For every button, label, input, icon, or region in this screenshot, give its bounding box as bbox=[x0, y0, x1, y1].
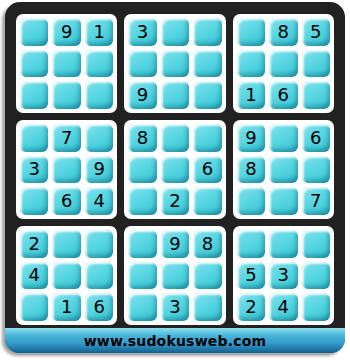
cell-r6c5[interactable]: 2 bbox=[161, 187, 189, 215]
cell-r4c1[interactable] bbox=[20, 124, 48, 152]
cell-r1c1[interactable] bbox=[20, 18, 48, 46]
box-1: 91 bbox=[16, 14, 117, 113]
cell-r3c2[interactable] bbox=[52, 81, 80, 109]
cell-r8c6[interactable] bbox=[193, 262, 221, 290]
cell-r9c4[interactable] bbox=[128, 293, 156, 321]
site-link[interactable]: www.sudokusweb.com bbox=[84, 333, 267, 349]
cell-r5c4[interactable] bbox=[128, 156, 156, 184]
cell-r2c8[interactable] bbox=[269, 50, 297, 78]
cell-r2c7[interactable] bbox=[237, 50, 265, 78]
box-3: 8516 bbox=[233, 14, 334, 113]
cell-r3c1[interactable] bbox=[20, 81, 48, 109]
cell-r9c9[interactable] bbox=[302, 293, 330, 321]
box-8: 983 bbox=[124, 226, 225, 325]
footer-bar: www.sudokusweb.com bbox=[5, 328, 345, 353]
box-4: 73964 bbox=[16, 120, 117, 219]
cell-r6c7[interactable] bbox=[237, 187, 265, 215]
cell-r3c7[interactable]: 1 bbox=[237, 81, 265, 109]
cell-r9c6[interactable] bbox=[193, 293, 221, 321]
box-6: 9687 bbox=[233, 120, 334, 219]
cell-r2c5[interactable] bbox=[161, 50, 189, 78]
box-7: 2416 bbox=[16, 226, 117, 325]
cell-r5c7[interactable]: 8 bbox=[237, 156, 265, 184]
cell-r9c3[interactable]: 6 bbox=[85, 293, 113, 321]
cell-r3c6[interactable] bbox=[193, 81, 221, 109]
sudoku-board-frame: 9139851673964862968724169835324 www.sudo… bbox=[5, 2, 345, 353]
cell-r1c2[interactable]: 9 bbox=[52, 18, 80, 46]
cell-r9c2[interactable]: 1 bbox=[52, 293, 80, 321]
cell-r4c9[interactable]: 6 bbox=[302, 124, 330, 152]
cell-r6c1[interactable] bbox=[20, 187, 48, 215]
cell-r4c4[interactable]: 8 bbox=[128, 124, 156, 152]
cell-r3c9[interactable] bbox=[302, 81, 330, 109]
cell-r8c9[interactable] bbox=[302, 262, 330, 290]
cell-r7c7[interactable] bbox=[237, 230, 265, 258]
cell-r8c4[interactable] bbox=[128, 262, 156, 290]
cell-r2c2[interactable] bbox=[52, 50, 80, 78]
cell-r9c8[interactable]: 4 bbox=[269, 293, 297, 321]
cell-r6c3[interactable]: 4 bbox=[85, 187, 113, 215]
cell-r9c1[interactable] bbox=[20, 293, 48, 321]
cell-r7c2[interactable] bbox=[52, 230, 80, 258]
cell-r1c4[interactable]: 3 bbox=[128, 18, 156, 46]
cell-r7c6[interactable]: 8 bbox=[193, 230, 221, 258]
cell-r7c1[interactable]: 2 bbox=[20, 230, 48, 258]
cell-r7c9[interactable] bbox=[302, 230, 330, 258]
cell-r8c8[interactable]: 3 bbox=[269, 262, 297, 290]
cell-r7c5[interactable]: 9 bbox=[161, 230, 189, 258]
cell-r4c2[interactable]: 7 bbox=[52, 124, 80, 152]
cell-r2c1[interactable] bbox=[20, 50, 48, 78]
box-2: 39 bbox=[124, 14, 225, 113]
cell-r6c4[interactable] bbox=[128, 187, 156, 215]
cell-r1c8[interactable]: 8 bbox=[269, 18, 297, 46]
cell-r5c6[interactable]: 6 bbox=[193, 156, 221, 184]
cell-r1c9[interactable]: 5 bbox=[302, 18, 330, 46]
cell-r4c8[interactable] bbox=[269, 124, 297, 152]
cell-r5c8[interactable] bbox=[269, 156, 297, 184]
cell-r7c3[interactable] bbox=[85, 230, 113, 258]
cell-r4c3[interactable] bbox=[85, 124, 113, 152]
cell-r1c7[interactable] bbox=[237, 18, 265, 46]
cell-r2c6[interactable] bbox=[193, 50, 221, 78]
cell-r2c9[interactable] bbox=[302, 50, 330, 78]
cell-r8c5[interactable] bbox=[161, 262, 189, 290]
cell-r8c3[interactable] bbox=[85, 262, 113, 290]
cell-r6c2[interactable]: 6 bbox=[52, 187, 80, 215]
cell-r6c8[interactable] bbox=[269, 187, 297, 215]
cell-r5c2[interactable] bbox=[52, 156, 80, 184]
box-5: 862 bbox=[124, 120, 225, 219]
cell-r9c5[interactable]: 3 bbox=[161, 293, 189, 321]
cell-r8c1[interactable]: 4 bbox=[20, 262, 48, 290]
cell-r3c8[interactable]: 6 bbox=[269, 81, 297, 109]
cell-r4c7[interactable]: 9 bbox=[237, 124, 265, 152]
cell-r6c9[interactable]: 7 bbox=[302, 187, 330, 215]
cell-r4c5[interactable] bbox=[161, 124, 189, 152]
cell-r9c7[interactable]: 2 bbox=[237, 293, 265, 321]
sudoku-board: 9139851673964862968724169835324 bbox=[16, 14, 334, 325]
cell-r5c9[interactable] bbox=[302, 156, 330, 184]
cell-r6c6[interactable] bbox=[193, 187, 221, 215]
cell-r3c5[interactable] bbox=[161, 81, 189, 109]
cell-r5c1[interactable]: 3 bbox=[20, 156, 48, 184]
cell-r7c4[interactable] bbox=[128, 230, 156, 258]
cell-r2c4[interactable] bbox=[128, 50, 156, 78]
cell-r5c3[interactable]: 9 bbox=[85, 156, 113, 184]
cell-r7c8[interactable] bbox=[269, 230, 297, 258]
cell-r1c5[interactable] bbox=[161, 18, 189, 46]
cell-r2c3[interactable] bbox=[85, 50, 113, 78]
cell-r3c4[interactable]: 9 bbox=[128, 81, 156, 109]
cell-r3c3[interactable] bbox=[85, 81, 113, 109]
box-9: 5324 bbox=[233, 226, 334, 325]
cell-r4c6[interactable] bbox=[193, 124, 221, 152]
cell-r1c6[interactable] bbox=[193, 18, 221, 46]
cell-r1c3[interactable]: 1 bbox=[85, 18, 113, 46]
cell-r8c7[interactable]: 5 bbox=[237, 262, 265, 290]
cell-r8c2[interactable] bbox=[52, 262, 80, 290]
cell-r5c5[interactable] bbox=[161, 156, 189, 184]
